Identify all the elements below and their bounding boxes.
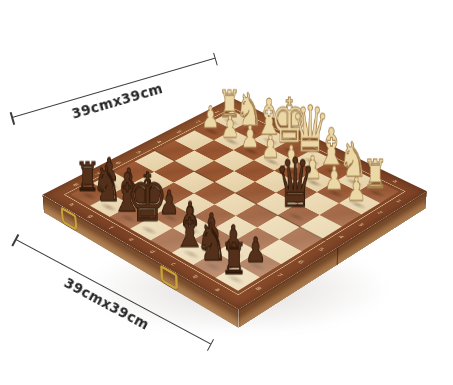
piece-white-P-a2: ♟	[333, 173, 380, 205]
square-a4	[300, 215, 342, 239]
product-photo-scene: ♜♞♝♚♛♝♞♜♟♟♟♟♟♟♟♟♛♟♟♟♟♟♟♟♟♜♞♝♚♝♞♜ hgfedcb…	[0, 0, 453, 385]
piece-black-R-a8: ♜	[209, 237, 259, 280]
piece-black-K-e8: ♚	[123, 164, 171, 230]
fold-seam-edge	[336, 247, 338, 266]
square-a8: ♜	[216, 265, 260, 291]
piece-black-Q-b4: ♛	[271, 150, 318, 218]
